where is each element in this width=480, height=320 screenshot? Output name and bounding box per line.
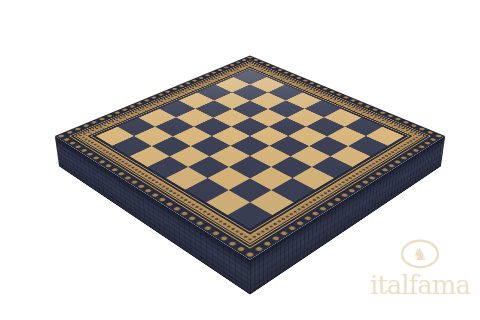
- gold-pinstripe-outer-2: [73, 62, 427, 245]
- square-r8c8: [227, 202, 272, 228]
- square-r3c8: [330, 146, 370, 167]
- square-r6c8: [272, 178, 315, 202]
- square-r5c6: [250, 146, 290, 167]
- square-r8c5: [166, 167, 208, 190]
- square-r7c3: [152, 136, 191, 156]
- square-r7c5: [188, 156, 229, 178]
- square-r8c2: [112, 136, 151, 156]
- square-r6c5: [210, 146, 250, 167]
- italfama-crest-icon: ♞: [400, 238, 440, 270]
- square-r4c7: [290, 146, 330, 167]
- square-r5c5: [230, 136, 269, 156]
- square-r5c8: [292, 167, 334, 190]
- square-r6c4: [191, 136, 230, 156]
- square-r3c7: [309, 136, 348, 156]
- square-r8c3: [129, 146, 169, 167]
- square-r8c6: [185, 178, 228, 202]
- square-r4c8: [312, 156, 353, 178]
- square-r5c7: [271, 156, 312, 178]
- board-top: [55, 55, 445, 259]
- beaded-trim: [58, 56, 443, 257]
- square-r8c4: [147, 156, 188, 178]
- chessboard-box-3d: [55, 55, 445, 259]
- square-r7c7: [228, 178, 271, 202]
- square-r8c7: [206, 190, 250, 215]
- gold-pinstripe-outer: [69, 60, 431, 248]
- border-dot-band: [76, 63, 424, 243]
- square-r7c8: [250, 190, 294, 215]
- brand-wordmark: italfama: [368, 272, 472, 298]
- square-r7c6: [208, 167, 250, 190]
- square-r7c4: [170, 146, 210, 167]
- knight-crest-icon: ♞: [412, 245, 427, 264]
- square-r2c8: [348, 136, 387, 156]
- square-r6c6: [229, 156, 270, 178]
- square-r6c7: [250, 167, 292, 190]
- product-photo-stage: ♞ italfama: [0, 0, 480, 320]
- brand-watermark: ♞ italfama: [368, 238, 472, 298]
- square-r4c6: [270, 136, 309, 156]
